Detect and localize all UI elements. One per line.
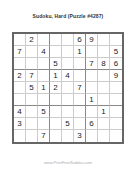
cell-r3c2	[26, 58, 38, 70]
cell-r4c6	[74, 70, 86, 82]
cell-r4c3	[38, 70, 50, 82]
cell-r8c2	[26, 118, 38, 130]
cell-r8c3	[38, 118, 50, 130]
cell-r8c5: 5	[62, 118, 74, 130]
cell-r3c1	[14, 58, 26, 70]
footer-url: www.PrintFreeSudoku.com	[0, 160, 136, 165]
cell-r5c4: 2	[50, 82, 62, 94]
cell-r4c5: 4	[62, 70, 74, 82]
cell-r3c3	[38, 58, 50, 70]
cell-r2c6: 1	[74, 46, 86, 58]
cell-r2c3: 4	[38, 46, 50, 58]
cell-r9c5	[62, 130, 74, 142]
cell-r2c8	[98, 46, 110, 58]
cell-r9c9	[110, 130, 122, 142]
cell-r4c1: 2	[14, 70, 26, 82]
cell-r2c7	[86, 46, 98, 58]
cell-r6c8	[98, 94, 110, 106]
cell-r7c4	[50, 106, 62, 118]
cell-r5c3: 1	[38, 82, 50, 94]
cell-r1c8	[98, 34, 110, 46]
cell-r6c3	[38, 94, 50, 106]
cell-r4c7	[86, 70, 98, 82]
cell-r2c4	[50, 46, 62, 58]
cell-r7c1: 4	[14, 106, 26, 118]
cell-r1c4	[50, 34, 62, 46]
cell-r6c6	[74, 94, 86, 106]
cell-r7c5	[62, 106, 74, 118]
cell-r1c1	[14, 34, 26, 46]
cell-r8c1: 3	[14, 118, 26, 130]
cell-r6c5	[62, 94, 74, 106]
cell-r5c9	[110, 82, 122, 94]
cell-r8c8	[98, 118, 110, 130]
cell-r1c9	[110, 34, 122, 46]
cell-r3c6	[74, 58, 86, 70]
cell-r7c6	[74, 106, 86, 118]
cell-r6c4	[50, 94, 62, 106]
cell-r6c1	[14, 94, 26, 106]
cell-r9c2	[26, 130, 38, 142]
cell-r1c5	[62, 34, 74, 46]
cell-r8c9	[110, 118, 122, 130]
cell-r8c7: 6	[86, 118, 98, 130]
cell-r5c5	[62, 82, 74, 94]
cell-r5c1	[14, 82, 26, 94]
cell-r4c4: 1	[50, 70, 62, 82]
cell-r4c8	[98, 70, 110, 82]
cell-r9c6: 3	[74, 130, 86, 142]
cell-r6c9	[110, 94, 122, 106]
page: Sudoku, Hard (Puzzle #4287) 269741557862…	[0, 0, 136, 176]
cell-r3c9: 6	[110, 58, 122, 70]
cell-r2c9: 5	[110, 46, 122, 58]
cell-r3c4: 5	[50, 58, 62, 70]
puzzle-title: Sudoku, Hard (Puzzle #4287)	[0, 13, 136, 19]
cell-r4c2: 7	[26, 70, 38, 82]
cell-r9c3: 7	[38, 130, 50, 142]
cell-r5c6: 7	[74, 82, 86, 94]
cell-r2c2	[26, 46, 38, 58]
cell-r1c2: 2	[26, 34, 38, 46]
cell-r8c4	[50, 118, 62, 130]
cell-r7c2	[26, 106, 38, 118]
cell-r1c6: 6	[74, 34, 86, 46]
sudoku-board: 26974155786271495127145135673	[12, 32, 124, 144]
cell-r5c7	[86, 82, 98, 94]
cell-r5c2: 5	[26, 82, 38, 94]
cell-r9c1	[14, 130, 26, 142]
cell-r2c1: 7	[14, 46, 26, 58]
cell-r9c4	[50, 130, 62, 142]
cell-r9c7	[86, 130, 98, 142]
cell-r2c5	[62, 46, 74, 58]
cell-r1c3	[38, 34, 50, 46]
cell-r6c2	[26, 94, 38, 106]
cell-r5c8	[98, 82, 110, 94]
cell-r3c5	[62, 58, 74, 70]
cell-r6c7: 1	[86, 94, 98, 106]
cell-r1c7: 9	[86, 34, 98, 46]
cell-r7c8: 1	[98, 106, 110, 118]
cell-r3c7: 7	[86, 58, 98, 70]
cell-r7c9	[110, 106, 122, 118]
cell-r8c6	[74, 118, 86, 130]
cell-r7c7	[86, 106, 98, 118]
cell-r4c9: 9	[110, 70, 122, 82]
cell-r3c8: 8	[98, 58, 110, 70]
cell-r7c3: 5	[38, 106, 50, 118]
cell-r9c8	[98, 130, 110, 142]
